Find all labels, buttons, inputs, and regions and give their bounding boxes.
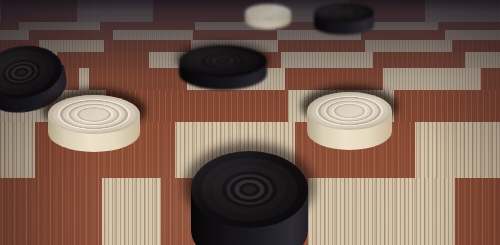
checker-white-c2[interactable] — [48, 95, 140, 152]
piece-top-face — [307, 92, 392, 130]
piece-top-face — [314, 3, 374, 22]
checker-black-d1[interactable] — [191, 151, 308, 245]
checker-black-e7[interactable] — [314, 3, 374, 39]
checker-white-e2[interactable] — [307, 92, 392, 150]
piece-top-face — [191, 151, 308, 228]
checker-white-d8[interactable] — [245, 4, 291, 31]
piece-top-face — [245, 4, 291, 21]
board-rank-7 — [0, 30, 500, 40]
piece-top-face — [179, 45, 267, 77]
checker-black-d3[interactable] — [179, 45, 267, 91]
checkers-photo-scene — [0, 0, 500, 245]
piece-top-face — [48, 95, 140, 134]
